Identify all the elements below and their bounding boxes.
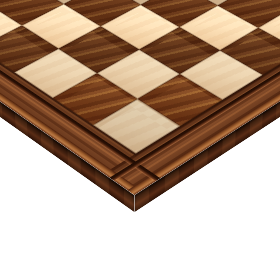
square[interactable]: [14, 49, 97, 98]
square[interactable]: [258, 6, 280, 51]
square[interactable]: [139, 27, 220, 74]
square[interactable]: [0, 3, 22, 48]
square[interactable]: [0, 0, 29, 3]
square[interactable]: [141, 0, 218, 27]
square[interactable]: [254, 0, 280, 6]
square[interactable]: [93, 99, 180, 154]
square[interactable]: [64, 0, 141, 26]
square[interactable]: [0, 0, 64, 25]
square[interactable]: [104, 0, 179, 5]
square[interactable]: [220, 28, 280, 75]
board-top-face: [0, 0, 280, 195]
chessboard-photo: [0, 0, 280, 280]
square[interactable]: [138, 74, 223, 126]
square[interactable]: [179, 0, 254, 6]
square[interactable]: [218, 0, 280, 28]
square[interactable]: [29, 0, 104, 4]
square[interactable]: [97, 50, 180, 99]
square[interactable]: [180, 50, 263, 99]
square[interactable]: [101, 5, 180, 50]
border-groove-near-right: [109, 0, 280, 181]
square[interactable]: [59, 26, 140, 73]
square[interactable]: [0, 25, 59, 72]
square[interactable]: [22, 4, 101, 49]
border-groove-near-left: [0, 0, 160, 181]
chess-board: [0, 0, 280, 195]
square[interactable]: [179, 6, 258, 51]
square[interactable]: [53, 73, 138, 125]
